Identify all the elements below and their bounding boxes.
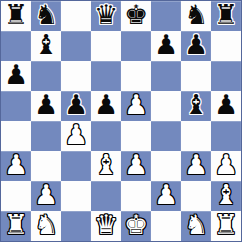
square-c8[interactable] [61, 1, 91, 31]
square-e7[interactable] [121, 31, 151, 61]
square-d3[interactable]: ♝ [91, 151, 121, 181]
square-b1[interactable]: ♞ [31, 211, 61, 241]
square-a3[interactable]: ♟ [1, 151, 31, 181]
square-b4[interactable] [31, 121, 61, 151]
square-a7[interactable] [1, 31, 31, 61]
piece-white-bishop-h2[interactable]: ♝ [214, 181, 238, 210]
piece-white-pawn-h3[interactable]: ♟ [214, 151, 238, 180]
piece-white-pawn-f2[interactable]: ♟ [154, 181, 178, 210]
square-e1[interactable]: ♚ [121, 211, 151, 241]
piece-black-pawn-b5[interactable]: ♟ [34, 91, 58, 120]
piece-white-pawn-c4[interactable]: ♟ [64, 121, 88, 150]
square-b7[interactable]: ♝ [31, 31, 61, 61]
square-h4[interactable] [211, 121, 241, 151]
square-g4[interactable] [181, 121, 211, 151]
piece-black-pawn-g7[interactable]: ♟ [184, 31, 208, 60]
square-h3[interactable]: ♟ [211, 151, 241, 181]
square-g1[interactable]: ♞ [181, 211, 211, 241]
square-e2[interactable] [121, 181, 151, 211]
square-g7[interactable]: ♟ [181, 31, 211, 61]
square-a8[interactable]: ♜ [1, 1, 31, 31]
square-f1[interactable] [151, 211, 181, 241]
piece-white-pawn-e3[interactable]: ♟ [124, 151, 148, 180]
square-g5[interactable]: ♝ [181, 91, 211, 121]
piece-white-knight-g1[interactable]: ♞ [184, 211, 208, 240]
piece-white-knight-b1[interactable]: ♞ [34, 211, 58, 240]
piece-black-pawn-c5[interactable]: ♟ [64, 91, 88, 120]
square-c7[interactable] [61, 31, 91, 61]
piece-black-rook-h8[interactable]: ♜ [214, 1, 238, 30]
square-c1[interactable] [61, 211, 91, 241]
square-f8[interactable] [151, 1, 181, 31]
square-f6[interactable] [151, 61, 181, 91]
square-e8[interactable]: ♚ [121, 1, 151, 31]
square-f7[interactable]: ♟ [151, 31, 181, 61]
piece-white-king-e1[interactable]: ♚ [124, 211, 148, 240]
piece-white-rook-a1[interactable]: ♜ [4, 211, 28, 240]
piece-black-bishop-b7[interactable]: ♝ [34, 31, 58, 60]
square-g8[interactable]: ♞ [181, 1, 211, 31]
square-a2[interactable] [1, 181, 31, 211]
piece-white-pawn-g3[interactable]: ♟ [184, 151, 208, 180]
square-a5[interactable] [1, 91, 31, 121]
square-c6[interactable] [61, 61, 91, 91]
square-f2[interactable]: ♟ [151, 181, 181, 211]
piece-black-pawn-h5[interactable]: ♟ [214, 91, 238, 120]
square-a6[interactable]: ♟ [1, 61, 31, 91]
square-d6[interactable] [91, 61, 121, 91]
square-h2[interactable]: ♝ [211, 181, 241, 211]
square-d7[interactable] [91, 31, 121, 61]
square-h6[interactable] [211, 61, 241, 91]
square-a4[interactable] [1, 121, 31, 151]
piece-white-queen-d1[interactable]: ♛ [94, 211, 118, 240]
piece-black-bishop-g5[interactable]: ♝ [184, 91, 208, 120]
square-c3[interactable] [61, 151, 91, 181]
square-b5[interactable]: ♟ [31, 91, 61, 121]
square-d8[interactable]: ♛ [91, 1, 121, 31]
square-e3[interactable]: ♟ [121, 151, 151, 181]
chess-board: ♜♞♛♚♞♜♝♟♟♟♟♟♟♟♝♟♟♟♝♟♟♟♟♟♝♜♞♛♚♞♜ [0, 0, 242, 242]
piece-white-pawn-a3[interactable]: ♟ [4, 151, 28, 180]
square-e6[interactable] [121, 61, 151, 91]
square-c2[interactable] [61, 181, 91, 211]
piece-black-rook-a8[interactable]: ♜ [4, 1, 28, 30]
square-c5[interactable]: ♟ [61, 91, 91, 121]
piece-white-rook-h1[interactable]: ♜ [214, 211, 238, 240]
square-h7[interactable] [211, 31, 241, 61]
square-g3[interactable]: ♟ [181, 151, 211, 181]
square-e5[interactable]: ♟ [121, 91, 151, 121]
square-d5[interactable]: ♟ [91, 91, 121, 121]
square-d1[interactable]: ♛ [91, 211, 121, 241]
piece-black-king-e8[interactable]: ♚ [124, 1, 148, 30]
square-b8[interactable]: ♞ [31, 1, 61, 31]
piece-black-queen-d8[interactable]: ♛ [94, 1, 118, 30]
piece-black-knight-g8[interactable]: ♞ [184, 1, 208, 30]
square-h8[interactable]: ♜ [211, 1, 241, 31]
square-f5[interactable] [151, 91, 181, 121]
square-d2[interactable] [91, 181, 121, 211]
square-g6[interactable] [181, 61, 211, 91]
square-a1[interactable]: ♜ [1, 211, 31, 241]
square-h5[interactable]: ♟ [211, 91, 241, 121]
square-d4[interactable] [91, 121, 121, 151]
piece-black-pawn-d5[interactable]: ♟ [94, 91, 118, 120]
piece-black-pawn-a6[interactable]: ♟ [4, 61, 28, 90]
square-g2[interactable] [181, 181, 211, 211]
square-f3[interactable] [151, 151, 181, 181]
square-h1[interactable]: ♜ [211, 211, 241, 241]
piece-white-bishop-d3[interactable]: ♝ [94, 151, 118, 180]
square-e4[interactable] [121, 121, 151, 151]
piece-white-pawn-b2[interactable]: ♟ [34, 181, 58, 210]
square-b2[interactable]: ♟ [31, 181, 61, 211]
piece-black-pawn-f7[interactable]: ♟ [154, 31, 178, 60]
square-b6[interactable] [31, 61, 61, 91]
piece-black-knight-b8[interactable]: ♞ [34, 1, 58, 30]
square-c4[interactable]: ♟ [61, 121, 91, 151]
square-b3[interactable] [31, 151, 61, 181]
piece-white-pawn-e5[interactable]: ♟ [124, 91, 148, 120]
square-f4[interactable] [151, 121, 181, 151]
